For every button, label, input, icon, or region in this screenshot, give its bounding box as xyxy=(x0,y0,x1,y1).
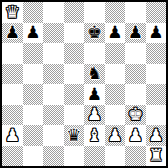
square-e8[interactable] xyxy=(84,2,105,23)
square-h5[interactable] xyxy=(146,64,167,85)
square-d5[interactable] xyxy=(64,64,85,85)
square-h2[interactable]: ♟ xyxy=(146,125,167,146)
square-d2[interactable]: ♛ xyxy=(64,125,85,146)
white-king[interactable]: ♚ xyxy=(128,106,143,123)
square-h4[interactable] xyxy=(146,84,167,105)
square-c6[interactable] xyxy=(43,43,64,64)
square-b7[interactable]: ♟ xyxy=(23,23,44,44)
square-d6[interactable] xyxy=(64,43,85,64)
square-f4[interactable] xyxy=(105,84,126,105)
square-g8[interactable] xyxy=(125,2,146,23)
black-pawn[interactable]: ♟ xyxy=(148,24,163,41)
square-g1[interactable] xyxy=(125,146,146,167)
square-e2[interactable]: ♝ xyxy=(84,125,105,146)
white-rook[interactable]: ♜ xyxy=(148,147,163,164)
black-knight[interactable]: ♞ xyxy=(87,65,102,82)
square-c7[interactable] xyxy=(43,23,64,44)
square-f5[interactable] xyxy=(105,64,126,85)
square-b3[interactable] xyxy=(23,105,44,126)
square-b6[interactable] xyxy=(23,43,44,64)
square-a3[interactable] xyxy=(2,105,23,126)
square-e4[interactable]: ♟ xyxy=(84,84,105,105)
square-h3[interactable] xyxy=(146,105,167,126)
square-d1[interactable] xyxy=(64,146,85,167)
black-pawn[interactable]: ♟ xyxy=(87,85,102,102)
square-f1[interactable] xyxy=(105,146,126,167)
square-a8[interactable]: ♛ xyxy=(2,2,23,23)
square-f8[interactable] xyxy=(105,2,126,23)
black-king[interactable]: ♚ xyxy=(87,24,102,41)
square-d7[interactable] xyxy=(64,23,85,44)
white-pawn[interactable]: ♟ xyxy=(5,126,20,143)
square-h6[interactable] xyxy=(146,43,167,64)
square-g3[interactable]: ♚ xyxy=(125,105,146,126)
square-f2[interactable]: ♟ xyxy=(105,125,126,146)
square-h1[interactable]: ♜ xyxy=(146,146,167,167)
black-pawn[interactable]: ♟ xyxy=(107,24,122,41)
square-e7[interactable]: ♚ xyxy=(84,23,105,44)
square-h7[interactable]: ♟ xyxy=(146,23,167,44)
black-queen[interactable]: ♛ xyxy=(66,126,81,143)
square-g6[interactable] xyxy=(125,43,146,64)
square-e3[interactable]: ♟ xyxy=(84,105,105,126)
square-b4[interactable] xyxy=(23,84,44,105)
square-a4[interactable] xyxy=(2,84,23,105)
square-e5[interactable]: ♞ xyxy=(84,64,105,85)
black-pawn[interactable]: ♟ xyxy=(5,24,20,41)
square-a2[interactable]: ♟ xyxy=(2,125,23,146)
square-g7[interactable]: ♟ xyxy=(125,23,146,44)
square-b8[interactable] xyxy=(23,2,44,23)
square-e6[interactable] xyxy=(84,43,105,64)
square-b5[interactable] xyxy=(23,64,44,85)
square-c3[interactable] xyxy=(43,105,64,126)
square-h8[interactable] xyxy=(146,2,167,23)
square-g5[interactable] xyxy=(125,64,146,85)
square-c1[interactable] xyxy=(43,146,64,167)
white-pawn[interactable]: ♟ xyxy=(87,106,102,123)
square-a6[interactable] xyxy=(2,43,23,64)
square-b2[interactable] xyxy=(23,125,44,146)
square-d8[interactable] xyxy=(64,2,85,23)
square-a5[interactable] xyxy=(2,64,23,85)
square-c8[interactable] xyxy=(43,2,64,23)
white-pawn[interactable]: ♟ xyxy=(107,126,122,143)
chess-board: ♛♟♟♚♟♟♟♞♟♟♚♟♛♝♟♟♟♜ xyxy=(0,0,168,168)
square-c5[interactable] xyxy=(43,64,64,85)
square-f3[interactable] xyxy=(105,105,126,126)
square-d4[interactable] xyxy=(64,84,85,105)
white-queen[interactable]: ♛ xyxy=(5,3,20,20)
black-pawn[interactable]: ♟ xyxy=(128,24,143,41)
black-pawn[interactable]: ♟ xyxy=(25,24,40,41)
square-a7[interactable]: ♟ xyxy=(2,23,23,44)
square-g4[interactable] xyxy=(125,84,146,105)
square-f7[interactable]: ♟ xyxy=(105,23,126,44)
square-c2[interactable] xyxy=(43,125,64,146)
square-g2[interactable]: ♟ xyxy=(125,125,146,146)
square-b1[interactable] xyxy=(23,146,44,167)
square-f6[interactable] xyxy=(105,43,126,64)
square-c4[interactable] xyxy=(43,84,64,105)
white-pawn[interactable]: ♟ xyxy=(128,126,143,143)
square-d3[interactable] xyxy=(64,105,85,126)
square-e1[interactable] xyxy=(84,146,105,167)
white-bishop[interactable]: ♝ xyxy=(87,126,102,143)
square-a1[interactable] xyxy=(2,146,23,167)
white-pawn[interactable]: ♟ xyxy=(148,126,163,143)
